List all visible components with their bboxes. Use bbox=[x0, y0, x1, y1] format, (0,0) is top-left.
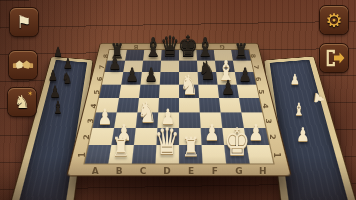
exit-icon bbox=[323, 47, 345, 69]
piece-white-pawn[interactable]: ♟ bbox=[312, 90, 325, 106]
square-c1[interactable] bbox=[132, 145, 157, 163]
piece-black-pawn-b6[interactable]: ♟ bbox=[125, 66, 138, 85]
draw-offer-button[interactable] bbox=[9, 51, 37, 79]
piece-black-bishop-c8[interactable]: ♝ bbox=[144, 35, 162, 61]
piece-black-bishop[interactable]: ♝ bbox=[52, 99, 64, 116]
square-a5[interactable] bbox=[99, 85, 121, 98]
piece-black-pawn-a7[interactable]: ♟ bbox=[109, 54, 122, 72]
exit-button[interactable] bbox=[320, 44, 348, 72]
piece-white-pawn[interactable]: ♟ bbox=[290, 72, 300, 86]
square-f4[interactable] bbox=[199, 98, 221, 112]
square-a2[interactable] bbox=[89, 128, 114, 145]
sparkle-icon: ✶ bbox=[27, 91, 33, 98]
piece-black-knight-f6[interactable]: ♞ bbox=[198, 59, 216, 85]
square-b8[interactable] bbox=[125, 50, 144, 61]
square-d6[interactable] bbox=[160, 72, 179, 84]
piece-black-pawn[interactable]: ♟ bbox=[53, 45, 62, 58]
square-g4[interactable] bbox=[219, 98, 241, 112]
piece-white-pawn-h2[interactable]: ♟ bbox=[249, 121, 264, 143]
gear-icon: ⚙ bbox=[325, 11, 342, 30]
flag-icon: ⚑ bbox=[16, 14, 31, 31]
hint-button[interactable]: ♞ ✶ bbox=[8, 88, 36, 116]
resign-button[interactable]: ⚑ bbox=[10, 8, 38, 36]
chess-app-scene: AABBCCDDEEFFGGHH1122334455667788♜♝♛♚♝♜♟♟… bbox=[0, 0, 356, 200]
piece-white-pawn-f2[interactable]: ♟ bbox=[204, 121, 219, 143]
square-f5[interactable] bbox=[198, 85, 219, 98]
square-f1[interactable] bbox=[202, 145, 227, 163]
piece-black-pawn[interactable]: ♟ bbox=[63, 56, 73, 70]
settings-button[interactable]: ⚙ bbox=[320, 6, 348, 34]
piece-black-pawn-c6[interactable]: ♟ bbox=[144, 66, 157, 85]
piece-black-knight[interactable]: ♞ bbox=[62, 71, 72, 86]
square-h1[interactable] bbox=[247, 145, 274, 163]
piece-white-knight-e5[interactable]: ♞ bbox=[180, 71, 199, 98]
square-h4[interactable] bbox=[239, 98, 262, 112]
handshake-icon bbox=[12, 54, 34, 76]
square-a1[interactable] bbox=[85, 145, 112, 163]
piece-black-pawn-g5[interactable]: ♟ bbox=[221, 78, 235, 98]
piece-white-pawn-a3[interactable]: ♟ bbox=[97, 106, 112, 127]
piece-black-pawn[interactable]: ♟ bbox=[48, 68, 58, 82]
piece-white-bishop[interactable]: ♝ bbox=[293, 101, 305, 118]
square-d5[interactable] bbox=[159, 85, 179, 98]
piece-white-pawn[interactable]: ♟ bbox=[296, 125, 309, 144]
square-h5[interactable] bbox=[237, 85, 259, 98]
square-e3[interactable] bbox=[179, 112, 201, 128]
piece-white-rook-b1[interactable]: ♜ bbox=[112, 135, 131, 162]
piece-white-queen-d1[interactable]: ♛ bbox=[155, 125, 181, 162]
piece-white-king-g1[interactable]: ♚ bbox=[223, 123, 250, 161]
square-a6[interactable] bbox=[102, 72, 123, 84]
piece-black-king-e8[interactable]: ♚ bbox=[178, 32, 198, 61]
piece-white-rook-e1[interactable]: ♜ bbox=[181, 135, 200, 162]
square-b4[interactable] bbox=[117, 98, 139, 112]
piece-black-pawn-h6[interactable]: ♟ bbox=[239, 66, 252, 85]
square-e4[interactable] bbox=[179, 98, 200, 112]
